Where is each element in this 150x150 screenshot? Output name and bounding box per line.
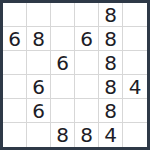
cell-r3c2[interactable] bbox=[27, 51, 51, 75]
cell-r5c5[interactable]: 8 bbox=[99, 99, 123, 123]
cell-r1c4[interactable] bbox=[75, 3, 99, 27]
cell-r3c6[interactable] bbox=[123, 51, 147, 75]
cell-r2c6[interactable] bbox=[123, 27, 147, 51]
cell-r2c1[interactable]: 6 bbox=[3, 27, 27, 51]
cell-r3c5[interactable]: 8 bbox=[99, 51, 123, 75]
cell-r2c5[interactable]: 8 bbox=[99, 27, 123, 51]
cell-r6c1[interactable] bbox=[3, 123, 27, 147]
cell-r4c2[interactable]: 6 bbox=[27, 75, 51, 99]
cell-r6c4[interactable]: 8 bbox=[75, 123, 99, 147]
cell-r3c1[interactable] bbox=[3, 51, 27, 75]
cell-r6c6[interactable] bbox=[123, 123, 147, 147]
cell-r1c1[interactable] bbox=[3, 3, 27, 27]
cell-r4c1[interactable] bbox=[3, 75, 27, 99]
cell-r6c5[interactable]: 4 bbox=[99, 123, 123, 147]
cell-r1c2[interactable] bbox=[27, 3, 51, 27]
cell-r5c1[interactable] bbox=[3, 99, 27, 123]
cell-r1c6[interactable] bbox=[123, 3, 147, 27]
cell-r2c2[interactable]: 8 bbox=[27, 27, 51, 51]
cell-r5c6[interactable] bbox=[123, 99, 147, 123]
cell-r3c4[interactable] bbox=[75, 51, 99, 75]
cell-r3c3[interactable]: 6 bbox=[51, 51, 75, 75]
cell-r5c4[interactable] bbox=[75, 99, 99, 123]
cell-r4c3[interactable] bbox=[51, 75, 75, 99]
cell-r4c6[interactable]: 4 bbox=[123, 75, 147, 99]
cell-r2c4[interactable]: 6 bbox=[75, 27, 99, 51]
cell-r5c2[interactable]: 6 bbox=[27, 99, 51, 123]
cell-r5c3[interactable] bbox=[51, 99, 75, 123]
sudoku-board: 868686868468884 bbox=[0, 0, 150, 150]
cell-r1c3[interactable] bbox=[51, 3, 75, 27]
cell-r1c5[interactable]: 8 bbox=[99, 3, 123, 27]
cell-r6c3[interactable]: 8 bbox=[51, 123, 75, 147]
cell-r2c3[interactable] bbox=[51, 27, 75, 51]
cell-r4c5[interactable]: 8 bbox=[99, 75, 123, 99]
cell-r6c2[interactable] bbox=[27, 123, 51, 147]
cell-r4c4[interactable] bbox=[75, 75, 99, 99]
